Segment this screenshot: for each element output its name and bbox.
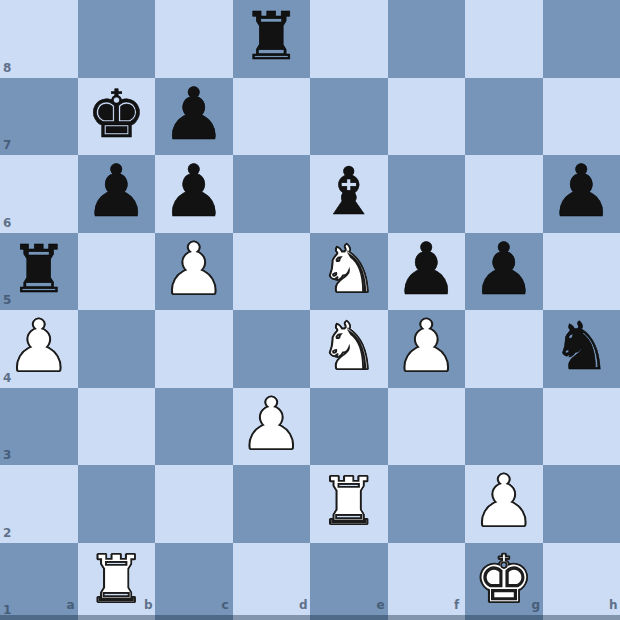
square-h1[interactable] (543, 543, 620, 620)
square-a8[interactable] (0, 0, 78, 78)
square-c7[interactable]: ♟ (155, 78, 233, 156)
square-g8[interactable] (465, 0, 543, 78)
square-c1[interactable] (155, 543, 233, 620)
square-h8[interactable] (543, 0, 620, 78)
square-f6[interactable] (388, 155, 466, 233)
white-pawn-g2[interactable]: ♟ (471, 463, 536, 541)
square-g2[interactable]: ♟ (465, 465, 543, 543)
square-a7[interactable] (0, 78, 78, 156)
square-b8[interactable] (78, 0, 156, 78)
square-f1[interactable] (388, 543, 466, 620)
square-c8[interactable] (155, 0, 233, 78)
square-h6[interactable]: ♟ (543, 155, 620, 233)
square-f3[interactable] (388, 388, 466, 466)
square-g4[interactable] (465, 310, 543, 388)
square-f2[interactable] (388, 465, 466, 543)
square-b3[interactable] (78, 388, 156, 466)
white-king-g1[interactable]: ♚ (474, 541, 533, 619)
black-rook-d8[interactable]: ♜ (242, 0, 301, 76)
square-e7[interactable] (310, 78, 388, 156)
square-f8[interactable] (388, 0, 466, 78)
square-c3[interactable] (155, 388, 233, 466)
square-e6[interactable]: ♝ (310, 155, 388, 233)
white-rook-e2[interactable]: ♜ (319, 463, 378, 541)
square-h3[interactable] (543, 388, 620, 466)
square-g3[interactable] (465, 388, 543, 466)
square-h7[interactable] (543, 78, 620, 156)
black-pawn-c6[interactable]: ♟ (161, 153, 226, 231)
white-rook-b1[interactable]: ♜ (87, 541, 146, 619)
square-a4[interactable]: ♟ (0, 310, 78, 388)
square-a5[interactable]: ♜ (0, 233, 78, 311)
square-b4[interactable] (78, 310, 156, 388)
square-d5[interactable] (233, 233, 311, 311)
square-e4[interactable]: ♞ (310, 310, 388, 388)
white-pawn-c5[interactable]: ♟ (161, 231, 226, 309)
square-g6[interactable] (465, 155, 543, 233)
square-d7[interactable] (233, 78, 311, 156)
square-h4[interactable]: ♞ (543, 310, 620, 388)
square-e2[interactable]: ♜ (310, 465, 388, 543)
square-e3[interactable] (310, 388, 388, 466)
chess-board-container: ♜♚♟♟♟♝♟♜♟♞♟♟♟♞♟♞♟♜♟♜♚ 12345678abcdefgh (0, 0, 620, 620)
square-c5[interactable]: ♟ (155, 233, 233, 311)
square-d8[interactable]: ♜ (233, 0, 311, 78)
square-f7[interactable] (388, 78, 466, 156)
square-a1[interactable] (0, 543, 78, 620)
square-d6[interactable] (233, 155, 311, 233)
square-h5[interactable] (543, 233, 620, 311)
black-pawn-b6[interactable]: ♟ (84, 153, 149, 231)
black-rook-a5[interactable]: ♜ (9, 231, 68, 309)
square-c2[interactable] (155, 465, 233, 543)
square-a3[interactable] (0, 388, 78, 466)
square-d2[interactable] (233, 465, 311, 543)
square-e1[interactable] (310, 543, 388, 620)
square-e8[interactable] (310, 0, 388, 78)
black-pawn-h6[interactable]: ♟ (549, 153, 614, 231)
white-knight-e5[interactable]: ♞ (319, 231, 378, 309)
black-bishop-e6[interactable]: ♝ (319, 153, 378, 231)
chess-board: ♜♚♟♟♟♝♟♜♟♞♟♟♟♞♟♞♟♜♟♜♚ (0, 0, 620, 620)
black-pawn-f5[interactable]: ♟ (394, 231, 459, 309)
square-e5[interactable]: ♞ (310, 233, 388, 311)
square-c6[interactable]: ♟ (155, 155, 233, 233)
square-f5[interactable]: ♟ (388, 233, 466, 311)
black-pawn-g5[interactable]: ♟ (471, 231, 536, 309)
square-b5[interactable] (78, 233, 156, 311)
square-d1[interactable] (233, 543, 311, 620)
square-d3[interactable]: ♟ (233, 388, 311, 466)
white-pawn-a4[interactable]: ♟ (6, 308, 71, 386)
white-pawn-f4[interactable]: ♟ (394, 308, 459, 386)
square-g5[interactable]: ♟ (465, 233, 543, 311)
black-king-b7[interactable]: ♚ (87, 76, 146, 154)
black-knight-h4[interactable]: ♞ (552, 308, 611, 386)
square-g7[interactable] (465, 78, 543, 156)
square-c4[interactable] (155, 310, 233, 388)
square-b6[interactable]: ♟ (78, 155, 156, 233)
square-b7[interactable]: ♚ (78, 78, 156, 156)
white-knight-e4[interactable]: ♞ (319, 308, 378, 386)
square-d4[interactable] (233, 310, 311, 388)
square-b2[interactable] (78, 465, 156, 543)
square-f4[interactable]: ♟ (388, 310, 466, 388)
black-pawn-c7[interactable]: ♟ (161, 76, 226, 154)
square-b1[interactable]: ♜ (78, 543, 156, 620)
square-a2[interactable] (0, 465, 78, 543)
square-h2[interactable] (543, 465, 620, 543)
square-g1[interactable]: ♚ (465, 543, 543, 620)
white-pawn-d3[interactable]: ♟ (239, 386, 304, 464)
square-a6[interactable] (0, 155, 78, 233)
